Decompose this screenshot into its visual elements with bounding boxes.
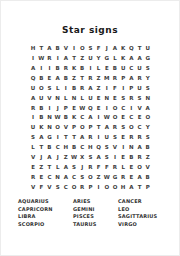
- grid-cell-r7c1[interactable]: R: [29, 103, 37, 113]
- grid-cell-r11c11[interactable]: V: [111, 143, 119, 153]
- grid-cell-r11c7[interactable]: C: [78, 143, 86, 153]
- grid-cell-r5c8[interactable]: A: [86, 84, 94, 94]
- grid-cell-r8c11[interactable]: O: [111, 113, 119, 123]
- grid-cell-r9c9[interactable]: T: [95, 123, 103, 133]
- grid-cell-r12c14[interactable]: R: [135, 153, 143, 163]
- grid-cell-r1c4[interactable]: B: [54, 44, 62, 54]
- grid-cell-r9c3[interactable]: N: [45, 123, 53, 133]
- grid-cell-r14c1[interactable]: R: [29, 173, 37, 183]
- grid-cell-r13c4[interactable]: L: [54, 163, 62, 173]
- grid-cell-r11c6[interactable]: B: [70, 143, 78, 153]
- grid-cell-r11c8[interactable]: H: [86, 143, 94, 153]
- grid-cell-r12c4[interactable]: J: [54, 153, 62, 163]
- grid-cell-r1c12[interactable]: K: [119, 44, 127, 54]
- grid-cell-r9c2[interactable]: K: [37, 123, 45, 133]
- grid-cell-r11c15[interactable]: B: [144, 143, 152, 153]
- grid-cell-r5c6[interactable]: B: [70, 84, 78, 94]
- grid-cell-r6c3[interactable]: V: [45, 93, 53, 103]
- grid-cell-r8c2[interactable]: B: [37, 113, 45, 123]
- word-list-column-1: AQUARIUSCAPRICORNLIBRASCORPIO: [18, 198, 53, 228]
- grid-cell-r10c11[interactable]: S: [111, 133, 119, 143]
- grid-cell-r11c4[interactable]: C: [54, 143, 62, 153]
- grid-cell-r11c1[interactable]: L: [29, 143, 37, 153]
- grid-cell-r2c5[interactable]: A: [62, 54, 70, 64]
- grid-cell-r9c4[interactable]: O: [54, 123, 62, 133]
- grid-cell-r13c7[interactable]: J: [78, 163, 86, 173]
- grid-cell-r1c13[interactable]: Q: [127, 44, 135, 54]
- grid-cell-r6c1[interactable]: A: [29, 93, 37, 103]
- grid-cell-r14c14[interactable]: A: [135, 173, 143, 183]
- grid-cell-r14c13[interactable]: E: [127, 173, 135, 183]
- grid-cell-r2c15[interactable]: G: [144, 54, 152, 64]
- grid-cell-r15c1[interactable]: V: [29, 182, 37, 192]
- grid-cell-r12c1[interactable]: V: [29, 153, 37, 163]
- grid-cell-r5c5[interactable]: I: [62, 84, 70, 94]
- grid-cell-r7c9[interactable]: E: [95, 103, 103, 113]
- grid-cell-r10c3[interactable]: G: [45, 133, 53, 143]
- grid-cell-r5c15[interactable]: S: [144, 84, 152, 94]
- grid-cell-r5c12[interactable]: I: [119, 84, 127, 94]
- grid-cell-r11c12[interactable]: I: [119, 143, 127, 153]
- grid-cell-r8c7[interactable]: C: [78, 113, 86, 123]
- grid-cell-r7c13[interactable]: I: [127, 103, 135, 113]
- grid-cell-r7c3[interactable]: I: [45, 103, 53, 113]
- grid-cell-r5c11[interactable]: F: [111, 84, 119, 94]
- grid-cell-r13c10[interactable]: F: [103, 163, 111, 173]
- word-scorpio: SCORPIO: [18, 221, 53, 229]
- grid-cell-r11c13[interactable]: N: [127, 143, 135, 153]
- grid-cell-r15c11[interactable]: O: [111, 182, 119, 192]
- grid-cell-r6c14[interactable]: S: [135, 93, 143, 103]
- grid-cell-r14c10[interactable]: W: [103, 173, 111, 183]
- grid-cell-r10c15[interactable]: S: [144, 133, 152, 143]
- grid-cell-r3c9[interactable]: L: [95, 64, 103, 74]
- grid-cell-r15c7[interactable]: R: [78, 182, 86, 192]
- grid-cell-r11c10[interactable]: S: [103, 143, 111, 153]
- grid-cell-r8c13[interactable]: C: [127, 113, 135, 123]
- grid-cell-r7c4[interactable]: J: [54, 103, 62, 113]
- grid-cell-r12c2[interactable]: J: [37, 153, 45, 163]
- grid-cell-r13c8[interactable]: R: [86, 163, 94, 173]
- grid-cell-r13c12[interactable]: L: [119, 163, 127, 173]
- grid-cell-r8c1[interactable]: I: [29, 113, 37, 123]
- grid-cell-r7c5[interactable]: P: [62, 103, 70, 113]
- grid-cell-r5c14[interactable]: U: [135, 84, 143, 94]
- grid-cell-r1c8[interactable]: S: [86, 44, 94, 54]
- grid-cell-r1c3[interactable]: A: [45, 44, 53, 54]
- grid-cell-r12c12[interactable]: E: [119, 153, 127, 163]
- grid-cell-r6c7[interactable]: L: [78, 93, 86, 103]
- grid-cell-r8c4[interactable]: W: [54, 113, 62, 123]
- grid-cell-r15c13[interactable]: A: [127, 182, 135, 192]
- letter-grid: HTABVIOSFJAKQTUIWRIATZUYGLKAAGAIIBRKBILE…: [29, 44, 152, 192]
- grid-cell-r11c14[interactable]: A: [135, 143, 143, 153]
- word-leo: LEO: [118, 206, 157, 214]
- grid-cell-r4c13[interactable]: A: [127, 74, 135, 84]
- grid-cell-r14c11[interactable]: G: [111, 173, 119, 183]
- grid-cell-r12c8[interactable]: S: [86, 153, 94, 163]
- word-virgo: VIRGO: [118, 221, 157, 229]
- grid-cell-r1c15[interactable]: U: [144, 44, 152, 54]
- grid-cell-r4c11[interactable]: R: [111, 74, 119, 84]
- grid-cell-r2c3[interactable]: R: [45, 54, 53, 64]
- grid-cell-r6c9[interactable]: E: [95, 93, 103, 103]
- grid-cell-r1c6[interactable]: I: [70, 44, 78, 54]
- grid-cell-r13c13[interactable]: E: [127, 163, 135, 173]
- grid-cell-r4c7[interactable]: T: [78, 74, 86, 84]
- grid-cell-r8c15[interactable]: O: [144, 113, 152, 123]
- grid-cell-r12c7[interactable]: X: [78, 153, 86, 163]
- grid-cell-r10c1[interactable]: S: [29, 133, 37, 143]
- grid-cell-r6c12[interactable]: S: [119, 93, 127, 103]
- grid-cell-r1c14[interactable]: T: [135, 44, 143, 54]
- grid-cell-r10c12[interactable]: E: [119, 133, 127, 143]
- grid-cell-r6c5[interactable]: L: [62, 93, 70, 103]
- grid-cell-r3c2[interactable]: I: [37, 64, 45, 74]
- grid-cell-r13c11[interactable]: R: [111, 163, 119, 173]
- grid-cell-r8c6[interactable]: K: [70, 113, 78, 123]
- grid-cell-r3c15[interactable]: S: [144, 64, 152, 74]
- grid-cell-r3c10[interactable]: E: [103, 64, 111, 74]
- grid-cell-r7c11[interactable]: O: [111, 103, 119, 113]
- grid-cell-r2c11[interactable]: L: [111, 54, 119, 64]
- grid-cell-r14c6[interactable]: C: [70, 173, 78, 183]
- grid-cell-r4c12[interactable]: P: [119, 74, 127, 84]
- grid-cell-r5c10[interactable]: I: [103, 84, 111, 94]
- grid-cell-r14c4[interactable]: N: [54, 173, 62, 183]
- grid-cell-r5c2[interactable]: O: [37, 84, 45, 94]
- grid-cell-r3c4[interactable]: B: [54, 64, 62, 74]
- grid-cell-r12c13[interactable]: B: [127, 153, 135, 163]
- grid-cell-r11c9[interactable]: Q: [95, 143, 103, 153]
- word-list-column-3: CANCERLEOSAGITTARIUSVIRGO: [118, 198, 157, 228]
- grid-cell-r2c7[interactable]: Z: [78, 54, 86, 64]
- grid-cell-r8c3[interactable]: N: [45, 113, 53, 123]
- grid-cell-r9c7[interactable]: O: [78, 123, 86, 133]
- grid-cell-r15c15[interactable]: P: [144, 182, 152, 192]
- grid-cell-r4c5[interactable]: B: [62, 74, 70, 84]
- grid-cell-r13c9[interactable]: F: [95, 163, 103, 173]
- grid-cell-r10c5[interactable]: T: [62, 133, 70, 143]
- grid-cell-r3c14[interactable]: U: [135, 64, 143, 74]
- grid-cell-r9c5[interactable]: V: [62, 123, 70, 133]
- grid-cell-r4c9[interactable]: Z: [95, 74, 103, 84]
- grid-cell-r6c2[interactable]: U: [37, 93, 45, 103]
- grid-cell-r9c11[interactable]: R: [111, 123, 119, 133]
- grid-cell-r7c6[interactable]: E: [70, 103, 78, 113]
- word-sagittarius: SAGITTARIUS: [118, 213, 157, 221]
- grid-cell-r6c13[interactable]: R: [127, 93, 135, 103]
- grid-cell-r13c1[interactable]: E: [29, 163, 37, 173]
- grid-cell-r6c10[interactable]: N: [103, 93, 111, 103]
- grid-cell-r5c13[interactable]: P: [127, 84, 135, 94]
- word-taurus: TAURUS: [73, 221, 97, 229]
- grid-cell-r9c15[interactable]: Y: [144, 123, 152, 133]
- grid-cell-r10c2[interactable]: A: [37, 133, 45, 143]
- grid-cell-r15c10[interactable]: O: [103, 182, 111, 192]
- grid-cell-r15c2[interactable]: F: [37, 182, 45, 192]
- grid-cell-r1c9[interactable]: F: [95, 44, 103, 54]
- grid-cell-r10c4[interactable]: I: [54, 133, 62, 143]
- grid-cell-r15c12[interactable]: H: [119, 182, 127, 192]
- grid-cell-r13c15[interactable]: V: [144, 163, 152, 173]
- grid-cell-r8c9[interactable]: I: [95, 113, 103, 123]
- grid-cell-r2c2[interactable]: W: [37, 54, 45, 64]
- word-cancer: CANCER: [118, 198, 157, 206]
- word-libra: LIBRA: [18, 213, 53, 221]
- worksheet-page: Star signs HTABVIOSFJAKQTUIWRIATZUYGLKAA…: [0, 0, 180, 256]
- grid-cell-r3c1[interactable]: A: [29, 64, 37, 74]
- grid-cell-r3c13[interactable]: C: [127, 64, 135, 74]
- word-pisces: PISCES: [73, 213, 97, 221]
- grid-cell-r6c11[interactable]: E: [111, 93, 119, 103]
- grid-cell-r15c14[interactable]: T: [135, 182, 143, 192]
- grid-cell-r4c1[interactable]: Q: [29, 74, 37, 84]
- grid-cell-r2c12[interactable]: K: [119, 54, 127, 64]
- grid-cell-r12c6[interactable]: W: [70, 153, 78, 163]
- word-aquarius: AQUARIUS: [18, 198, 53, 206]
- grid-cell-r5c3[interactable]: S: [45, 84, 53, 94]
- grid-cell-r3c11[interactable]: B: [111, 64, 119, 74]
- grid-cell-r7c10[interactable]: I: [103, 103, 111, 113]
- grid-cell-r13c2[interactable]: Z: [37, 163, 45, 173]
- grid-cell-r13c6[interactable]: S: [70, 163, 78, 173]
- grid-cell-r13c5[interactable]: A: [62, 163, 70, 173]
- grid-cell-r9c6[interactable]: P: [70, 123, 78, 133]
- grid-cell-r1c2[interactable]: T: [37, 44, 45, 54]
- grid-cell-r10c14[interactable]: R: [135, 133, 143, 143]
- grid-cell-r4c8[interactable]: R: [86, 74, 94, 84]
- grid-cell-r7c7[interactable]: W: [78, 103, 86, 113]
- grid-cell-r6c8[interactable]: U: [86, 93, 94, 103]
- grid-cell-r8c12[interactable]: E: [119, 113, 127, 123]
- grid-cell-r7c8[interactable]: Q: [86, 103, 94, 113]
- grid-cell-r4c14[interactable]: R: [135, 74, 143, 84]
- grid-cell-r2c4[interactable]: I: [54, 54, 62, 64]
- grid-cell-r2c1[interactable]: I: [29, 54, 37, 64]
- grid-cell-r3c5[interactable]: R: [62, 64, 70, 74]
- grid-cell-r1c1[interactable]: H: [29, 44, 37, 54]
- grid-cell-r10c8[interactable]: R: [86, 133, 94, 143]
- grid-cell-r10c6[interactable]: T: [70, 133, 78, 143]
- grid-cell-r10c7[interactable]: A: [78, 133, 86, 143]
- grid-cell-r4c15[interactable]: Y: [144, 74, 152, 84]
- grid-cell-r8c14[interactable]: E: [135, 113, 143, 123]
- grid-cell-r10c13[interactable]: R: [127, 133, 135, 143]
- grid-cell-r11c5[interactable]: H: [62, 143, 70, 153]
- grid-cell-r3c3[interactable]: I: [45, 64, 53, 74]
- grid-cell-r4c6[interactable]: Z: [70, 74, 78, 84]
- grid-cell-r9c13[interactable]: O: [127, 123, 135, 133]
- word-aries: ARIES: [73, 198, 97, 206]
- grid-cell-r7c2[interactable]: B: [37, 103, 45, 113]
- grid-cell-r12c3[interactable]: A: [45, 153, 53, 163]
- word-gemini: GEMINI: [73, 206, 97, 214]
- grid-cell-r15c5[interactable]: C: [62, 182, 70, 192]
- grid-cell-r1c7[interactable]: O: [78, 44, 86, 54]
- grid-cell-r7c12[interactable]: C: [119, 103, 127, 113]
- grid-cell-r6c4[interactable]: N: [54, 93, 62, 103]
- puzzle-title: Star signs: [1, 25, 179, 35]
- grid-cell-r1c11[interactable]: A: [111, 44, 119, 54]
- grid-cell-r14c8[interactable]: O: [86, 173, 94, 183]
- grid-cell-r12c5[interactable]: Z: [62, 153, 70, 163]
- grid-cell-r14c3[interactable]: C: [45, 173, 53, 183]
- grid-cell-r5c4[interactable]: L: [54, 84, 62, 94]
- grid-cell-r11c2[interactable]: T: [37, 143, 45, 153]
- grid-cell-r3c6[interactable]: K: [70, 64, 78, 74]
- grid-cell-r15c8[interactable]: P: [86, 182, 94, 192]
- grid-cell-r7c14[interactable]: V: [135, 103, 143, 113]
- grid-cell-r4c10[interactable]: M: [103, 74, 111, 84]
- grid-cell-r10c9[interactable]: I: [95, 133, 103, 143]
- grid-cell-r12c10[interactable]: S: [103, 153, 111, 163]
- grid-cell-r9c12[interactable]: S: [119, 123, 127, 133]
- grid-cell-r15c4[interactable]: S: [54, 182, 62, 192]
- grid-cell-r9c14[interactable]: C: [135, 123, 143, 133]
- grid-cell-r2c9[interactable]: Y: [95, 54, 103, 64]
- grid-cell-r4c4[interactable]: A: [54, 74, 62, 84]
- grid-cell-r9c8[interactable]: P: [86, 123, 94, 133]
- grid-cell-r7c15[interactable]: A: [144, 103, 152, 113]
- word-list-column-2: ARIESGEMINIPISCESTAURUS: [73, 198, 97, 228]
- grid-cell-r3c7[interactable]: B: [78, 64, 86, 74]
- grid-cell-r3c8[interactable]: I: [86, 64, 94, 74]
- grid-cell-r1c10[interactable]: J: [103, 44, 111, 54]
- grid-cell-r2c14[interactable]: A: [135, 54, 143, 64]
- grid-cell-r14c5[interactable]: A: [62, 173, 70, 183]
- grid-cell-r14c12[interactable]: R: [119, 173, 127, 183]
- grid-cell-r9c10[interactable]: A: [103, 123, 111, 133]
- grid-cell-r14c15[interactable]: B: [144, 173, 152, 183]
- grid-cell-r13c3[interactable]: T: [45, 163, 53, 173]
- grid-cell-r10c10[interactable]: U: [103, 133, 111, 143]
- grid-cell-r3c12[interactable]: U: [119, 64, 127, 74]
- grid-cell-r15c3[interactable]: V: [45, 182, 53, 192]
- grid-cell-r9c1[interactable]: U: [29, 123, 37, 133]
- grid-cell-r15c6[interactable]: O: [70, 182, 78, 192]
- grid-cell-r14c9[interactable]: Z: [95, 173, 103, 183]
- grid-cell-r1c5[interactable]: V: [62, 44, 70, 54]
- grid-cell-r2c10[interactable]: G: [103, 54, 111, 64]
- grid-cell-r4c2[interactable]: B: [37, 74, 45, 84]
- word-capricorn: CAPRICORN: [18, 206, 53, 214]
- grid-cell-r5c9[interactable]: Z: [95, 84, 103, 94]
- grid-cell-r12c15[interactable]: Z: [144, 153, 152, 163]
- grid-cell-r8c5[interactable]: B: [62, 113, 70, 123]
- grid-cell-r5c7[interactable]: R: [78, 84, 86, 94]
- grid-cell-r2c13[interactable]: A: [127, 54, 135, 64]
- grid-cell-r14c7[interactable]: S: [78, 173, 86, 183]
- grid-cell-r2c8[interactable]: U: [86, 54, 94, 64]
- grid-cell-r8c10[interactable]: W: [103, 113, 111, 123]
- grid-cell-r4c3[interactable]: E: [45, 74, 53, 84]
- grid-cell-r11c3[interactable]: B: [45, 143, 53, 153]
- grid-cell-r13c14[interactable]: O: [135, 163, 143, 173]
- grid-cell-r8c8[interactable]: A: [86, 113, 94, 123]
- grid-cell-r14c2[interactable]: E: [37, 173, 45, 183]
- grid-cell-r12c9[interactable]: A: [95, 153, 103, 163]
- grid-cell-r15c9[interactable]: I: [95, 182, 103, 192]
- grid-cell-r12c11[interactable]: I: [111, 153, 119, 163]
- grid-cell-r6c6[interactable]: N: [70, 93, 78, 103]
- grid-cell-r6c15[interactable]: N: [144, 93, 152, 103]
- grid-cell-r5c1[interactable]: U: [29, 84, 37, 94]
- grid-cell-r2c6[interactable]: T: [70, 54, 78, 64]
